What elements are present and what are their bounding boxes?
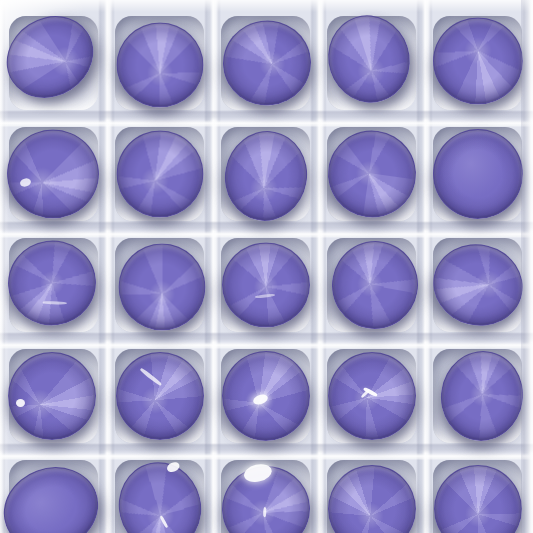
purple-rivoli-crystal-r2c3 xyxy=(217,125,313,228)
tray-cell-r1c3 xyxy=(221,16,310,110)
tray-cell-r5c5 xyxy=(433,460,522,533)
purple-rivoli-crystal-r2c2 xyxy=(116,131,203,218)
glint-highlight xyxy=(252,393,269,407)
tray-cell-r3c4 xyxy=(327,238,416,332)
purple-rivoli-crystal-r4c4 xyxy=(328,352,416,440)
glint-highlight xyxy=(262,507,266,517)
purple-rivoli-crystal-r2c5 xyxy=(433,129,523,219)
tray-cell-r2c4 xyxy=(327,127,416,221)
glint-highlight xyxy=(140,367,163,386)
tray-cell-r2c1 xyxy=(9,127,98,221)
purple-rivoli-crystal-r1c2 xyxy=(116,23,203,108)
purple-rivoli-crystal-r5c3 xyxy=(218,462,313,533)
tray-cell-r4c1 xyxy=(9,349,98,443)
glint-highlight xyxy=(42,301,66,304)
tray-cell-r2c2 xyxy=(115,127,204,221)
purple-rivoli-crystal-r1c4 xyxy=(316,5,420,114)
tray-cell-r5c4 xyxy=(327,460,416,533)
tray-cell-r3c3 xyxy=(221,238,310,332)
tray-cell-r1c2 xyxy=(115,16,204,110)
crystal-tray-photo xyxy=(0,0,533,533)
purple-rivoli-crystal-r3c3 xyxy=(222,243,310,328)
purple-rivoli-crystal-r5c2 xyxy=(109,453,210,533)
tray-cell-r1c4 xyxy=(327,16,416,110)
purple-rivoli-crystal-r3c4 xyxy=(325,234,425,336)
purple-rivoli-crystal-r5c1 xyxy=(0,454,110,533)
glint-highlight xyxy=(242,462,273,485)
tray-cell-r1c5 xyxy=(433,16,522,110)
tray-cell-r5c1 xyxy=(9,460,98,533)
purple-rivoli-crystal-r5c4 xyxy=(328,465,416,533)
tray-cell-r2c5 xyxy=(433,127,522,221)
tray-right-edge-wall xyxy=(521,0,533,533)
tray-cell-r5c3 xyxy=(221,460,310,533)
tray-cell-r3c1 xyxy=(9,238,98,332)
purple-rivoli-crystal-r3c2 xyxy=(118,244,205,331)
purple-rivoli-crystal-r1c1 xyxy=(0,0,108,114)
glint-highlight xyxy=(19,177,32,188)
purple-rivoli-crystal-r1c5 xyxy=(433,18,523,105)
purple-rivoli-crystal-r4c3 xyxy=(222,351,310,441)
purple-rivoli-crystal-r2c1 xyxy=(7,130,99,219)
glint-highlight xyxy=(16,399,25,407)
tray-cell-r1c1 xyxy=(9,16,98,110)
glint-highlight xyxy=(159,516,167,529)
tray-cell-r2c3 xyxy=(221,127,310,221)
purple-rivoli-crystal-r5c5 xyxy=(434,465,522,533)
purple-rivoli-crystal-r2c4 xyxy=(322,125,421,223)
purple-rivoli-crystal-r1c3 xyxy=(218,16,314,110)
storage-tray xyxy=(0,0,522,533)
purple-rivoli-crystal-r4c1 xyxy=(8,352,96,440)
glint-highlight xyxy=(165,461,181,475)
purple-rivoli-crystal-r3c5 xyxy=(424,235,531,335)
purple-rivoli-crystal-r3c1 xyxy=(2,235,101,331)
tray-cell-r4c2 xyxy=(115,349,204,443)
purple-rivoli-crystal-r4c5 xyxy=(435,346,529,447)
tray-cell-r4c5 xyxy=(433,349,522,443)
tray-cell-r3c2 xyxy=(115,238,204,332)
glint-highlight xyxy=(255,294,275,299)
purple-rivoli-crystal-r4c2 xyxy=(116,352,204,440)
tray-cell-r4c4 xyxy=(327,349,416,443)
tray-cell-r5c2 xyxy=(115,460,204,533)
tray-cell-r3c5 xyxy=(433,238,522,332)
tray-cell-r4c3 xyxy=(221,349,310,443)
